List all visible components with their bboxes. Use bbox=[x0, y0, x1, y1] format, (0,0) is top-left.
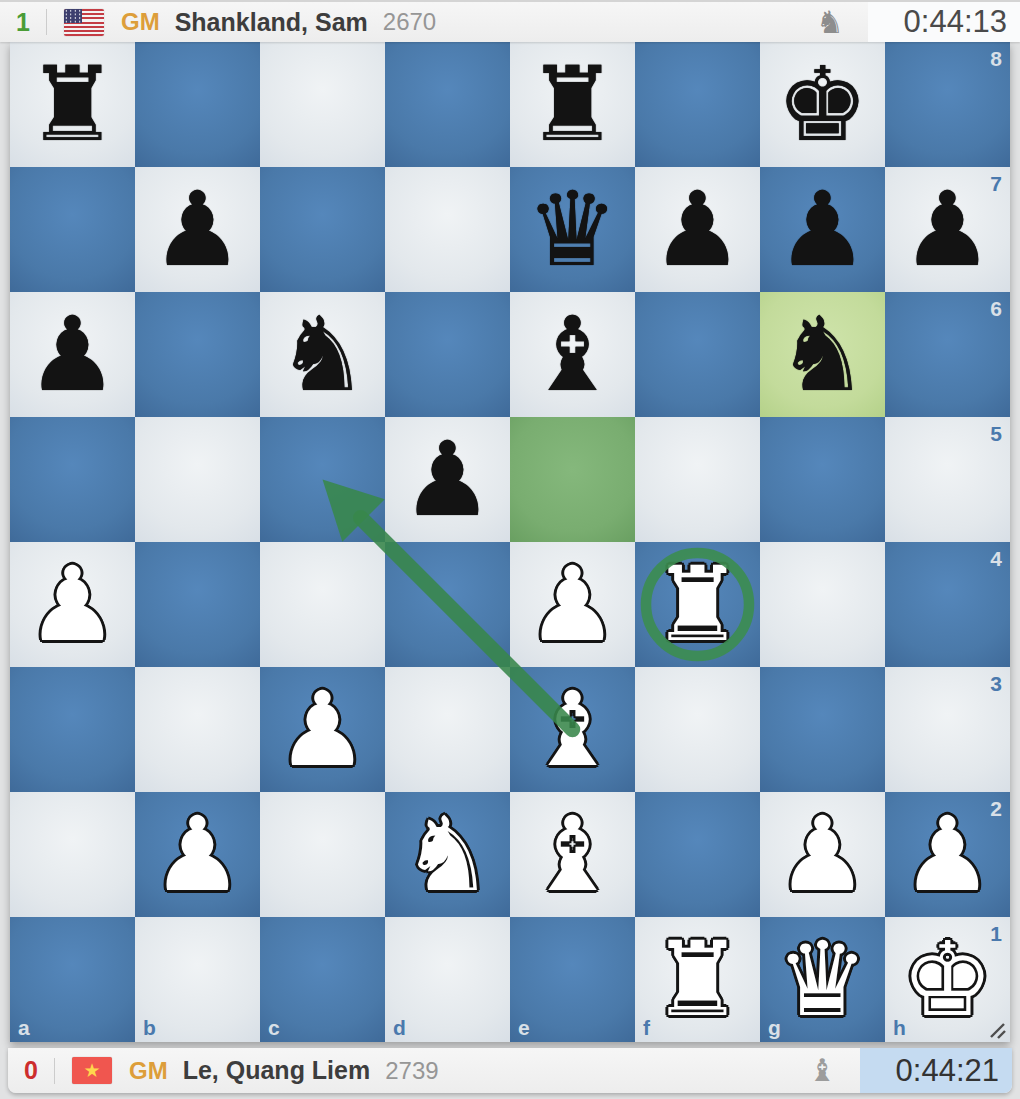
piece-black-knight[interactable]: ♞ bbox=[760, 292, 885, 417]
square-d1[interactable]: d bbox=[385, 917, 510, 1042]
square-g5[interactable] bbox=[760, 417, 885, 542]
square-b8[interactable] bbox=[135, 42, 260, 167]
square-c3[interactable]: ♟ bbox=[260, 667, 385, 792]
square-g6[interactable]: ♞ bbox=[760, 292, 885, 417]
square-e2[interactable]: ♝ bbox=[510, 792, 635, 917]
square-d5[interactable]: ♟ bbox=[385, 417, 510, 542]
square-d2[interactable]: ♞ bbox=[385, 792, 510, 917]
square-a3[interactable] bbox=[10, 667, 135, 792]
bottom-player-name: Le, Quang Liem bbox=[183, 1056, 371, 1085]
piece-white-queen[interactable]: ♛ bbox=[760, 917, 885, 1042]
divider bbox=[54, 1058, 55, 1084]
coord-file-c: c bbox=[268, 1017, 280, 1038]
square-h7[interactable]: ♟7 bbox=[885, 167, 1010, 292]
square-c8[interactable] bbox=[260, 42, 385, 167]
board-container: ♜♜♚8♟♛♟♟♟7♟♞♝♞6♟5♟♟♜4♟♝3♟♞♝♟♟2abcde♜f♛g♚… bbox=[10, 42, 1010, 1042]
piece-white-pawn[interactable]: ♟ bbox=[760, 792, 885, 917]
chess-board: ♜♜♚8♟♛♟♟♟7♟♞♝♞6♟5♟♟♜4♟♝3♟♞♝♟♟2abcde♜f♛g♚… bbox=[10, 42, 1010, 1042]
square-e7[interactable]: ♛ bbox=[510, 167, 635, 292]
square-d4[interactable] bbox=[385, 542, 510, 667]
square-b2[interactable]: ♟ bbox=[135, 792, 260, 917]
square-a5[interactable] bbox=[10, 417, 135, 542]
square-f8[interactable] bbox=[635, 42, 760, 167]
piece-black-pawn[interactable]: ♟ bbox=[885, 167, 1010, 292]
square-h4[interactable]: 4 bbox=[885, 542, 1010, 667]
bottom-player-score: 0 bbox=[8, 1056, 54, 1085]
square-c6[interactable]: ♞ bbox=[260, 292, 385, 417]
bottom-player-rating: 2739 bbox=[385, 1057, 438, 1085]
square-d7[interactable] bbox=[385, 167, 510, 292]
board-resize-handle[interactable] bbox=[985, 1018, 1007, 1040]
square-c4[interactable] bbox=[260, 542, 385, 667]
square-b7[interactable]: ♟ bbox=[135, 167, 260, 292]
coord-rank-6: 6 bbox=[990, 298, 1002, 319]
square-e5[interactable] bbox=[510, 417, 635, 542]
piece-white-pawn[interactable]: ♟ bbox=[10, 542, 135, 667]
top-player-name: Shankland, Sam bbox=[175, 8, 368, 37]
square-b3[interactable] bbox=[135, 667, 260, 792]
piece-white-bishop[interactable]: ♝ bbox=[510, 667, 635, 792]
piece-black-queen[interactable]: ♛ bbox=[510, 167, 635, 292]
square-h3[interactable]: 3 bbox=[885, 667, 1010, 792]
piece-black-pawn[interactable]: ♟ bbox=[760, 167, 885, 292]
square-g2[interactable]: ♟ bbox=[760, 792, 885, 917]
square-h6[interactable]: 6 bbox=[885, 292, 1010, 417]
bottom-player-clock: 0:44:21 bbox=[860, 1048, 1012, 1093]
square-e8[interactable]: ♜ bbox=[510, 42, 635, 167]
square-c7[interactable] bbox=[260, 167, 385, 292]
square-h2[interactable]: ♟2 bbox=[885, 792, 1010, 917]
piece-white-bishop[interactable]: ♝ bbox=[510, 792, 635, 917]
square-h8[interactable]: 8 bbox=[885, 42, 1010, 167]
square-g7[interactable]: ♟ bbox=[760, 167, 885, 292]
square-a7[interactable] bbox=[10, 167, 135, 292]
coord-file-a: a bbox=[18, 1017, 30, 1038]
coord-file-d: d bbox=[393, 1017, 406, 1038]
square-a2[interactable] bbox=[10, 792, 135, 917]
square-d8[interactable] bbox=[385, 42, 510, 167]
square-a6[interactable]: ♟ bbox=[10, 292, 135, 417]
square-d6[interactable] bbox=[385, 292, 510, 417]
square-h5[interactable]: 5 bbox=[885, 417, 1010, 542]
square-e3[interactable]: ♝ bbox=[510, 667, 635, 792]
square-a8[interactable]: ♜ bbox=[10, 42, 135, 167]
piece-white-knight[interactable]: ♞ bbox=[385, 792, 510, 917]
coord-rank-8: 8 bbox=[990, 48, 1002, 69]
square-b4[interactable] bbox=[135, 542, 260, 667]
vietnam-flag-icon: ★ bbox=[72, 1057, 112, 1084]
piece-white-pawn[interactable]: ♟ bbox=[135, 792, 260, 917]
piece-black-rook[interactable]: ♜ bbox=[10, 42, 135, 167]
us-flag-canton bbox=[64, 9, 82, 24]
square-a1[interactable]: a bbox=[10, 917, 135, 1042]
piece-white-pawn[interactable]: ♟ bbox=[510, 542, 635, 667]
square-f2[interactable] bbox=[635, 792, 760, 917]
piece-black-king[interactable]: ♚ bbox=[760, 42, 885, 167]
top-player-clock: 0:44:13 bbox=[868, 2, 1020, 42]
square-a4[interactable]: ♟ bbox=[10, 542, 135, 667]
piece-white-pawn[interactable]: ♟ bbox=[260, 667, 385, 792]
square-f5[interactable] bbox=[635, 417, 760, 542]
square-f4[interactable]: ♜ bbox=[635, 542, 760, 667]
square-c5[interactable] bbox=[260, 417, 385, 542]
square-g3[interactable] bbox=[760, 667, 885, 792]
knight-icon: ♞ bbox=[816, 7, 844, 38]
piece-black-bishop[interactable]: ♝ bbox=[510, 292, 635, 417]
square-f6[interactable] bbox=[635, 292, 760, 417]
piece-white-rook[interactable]: ♜ bbox=[635, 917, 760, 1042]
coord-file-e: e bbox=[518, 1017, 530, 1038]
top-player-score: 1 bbox=[0, 8, 46, 37]
square-g1[interactable]: ♛g bbox=[760, 917, 885, 1042]
square-e4[interactable]: ♟ bbox=[510, 542, 635, 667]
us-flag-icon bbox=[64, 9, 104, 36]
coord-rank-3: 3 bbox=[990, 673, 1002, 694]
piece-black-rook[interactable]: ♜ bbox=[510, 42, 635, 167]
top-player-rating: 2670 bbox=[383, 8, 436, 36]
square-g8[interactable]: ♚ bbox=[760, 42, 885, 167]
square-f3[interactable] bbox=[635, 667, 760, 792]
piece-white-rook[interactable]: ♜ bbox=[635, 542, 760, 667]
piece-black-pawn[interactable]: ♟ bbox=[10, 292, 135, 417]
divider bbox=[46, 9, 47, 35]
piece-black-pawn[interactable]: ♟ bbox=[385, 417, 510, 542]
square-f1[interactable]: ♜f bbox=[635, 917, 760, 1042]
square-e1[interactable]: e bbox=[510, 917, 635, 1042]
piece-black-pawn[interactable]: ♟ bbox=[635, 167, 760, 292]
square-c2[interactable] bbox=[260, 792, 385, 917]
piece-black-pawn[interactable]: ♟ bbox=[135, 167, 260, 292]
coord-file-b: b bbox=[143, 1017, 156, 1038]
piece-white-pawn[interactable]: ♟ bbox=[885, 792, 1010, 917]
bottom-player-bar: 0 ★ GM Le, Quang Liem 2739 ♝ 0:44:21 bbox=[8, 1048, 1012, 1093]
square-b6[interactable] bbox=[135, 292, 260, 417]
square-g4[interactable] bbox=[760, 542, 885, 667]
square-b5[interactable] bbox=[135, 417, 260, 542]
piece-black-knight[interactable]: ♞ bbox=[260, 292, 385, 417]
square-b1[interactable]: b bbox=[135, 917, 260, 1042]
bishop-icon: ♝ bbox=[808, 1055, 836, 1086]
square-d3[interactable] bbox=[385, 667, 510, 792]
square-c1[interactable]: c bbox=[260, 917, 385, 1042]
coord-rank-5: 5 bbox=[990, 423, 1002, 444]
bottom-player-title: GM bbox=[129, 1057, 168, 1085]
coord-rank-4: 4 bbox=[990, 548, 1002, 569]
top-player-bar: 1 GM Shankland, Sam 2670 ♞ 0:44:13 bbox=[0, 0, 1020, 42]
vietnam-flag-star: ★ bbox=[83, 1061, 100, 1080]
square-f7[interactable]: ♟ bbox=[635, 167, 760, 292]
top-player-title: GM bbox=[121, 8, 160, 36]
square-e6[interactable]: ♝ bbox=[510, 292, 635, 417]
